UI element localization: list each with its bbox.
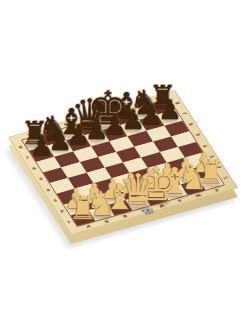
rank-label: 4 bbox=[202, 144, 209, 148]
rank-label: 1 bbox=[66, 220, 72, 224]
rank-label: 3 bbox=[208, 155, 215, 159]
rank-label: 5 bbox=[38, 177, 44, 181]
rank-label: 6 bbox=[32, 166, 38, 170]
file-label: Ж bbox=[194, 193, 202, 198]
file-label: З bbox=[155, 96, 161, 100]
chess-board: АА11ББ22ВВ33ГГ44ДД55ЕЕ66ЖЖ77ЗЗ88 bbox=[8, 90, 238, 235]
file-label: Б bbox=[104, 219, 110, 223]
product-photo[interactable]: АА11ББ22ВВ33ГГ44ДД55ЕЕ66ЖЖ77ЗЗ88 ♜♞♝♛♚♝♞… bbox=[0, 0, 246, 328]
file-label: Б bbox=[45, 127, 51, 131]
file-label: В bbox=[63, 122, 69, 126]
rank-label: 2 bbox=[215, 166, 222, 170]
rank-label: 7 bbox=[25, 156, 31, 160]
file-label: А bbox=[26, 132, 32, 136]
file-label: Е bbox=[118, 107, 123, 111]
rank-label: 8 bbox=[18, 145, 24, 149]
file-label: Д bbox=[158, 204, 165, 208]
file-label: З bbox=[214, 188, 220, 192]
file-label: А bbox=[86, 224, 92, 228]
rank-label: 5 bbox=[195, 133, 202, 137]
rank-label: 4 bbox=[45, 188, 51, 192]
rank-label: 2 bbox=[59, 209, 65, 213]
file-label: Д bbox=[99, 112, 106, 116]
file-label: В bbox=[122, 214, 128, 218]
rank-label: 7 bbox=[181, 112, 188, 116]
rank-label: 3 bbox=[52, 199, 58, 203]
file-label: Е bbox=[177, 199, 182, 203]
rank-label: 8 bbox=[174, 101, 181, 105]
rank-label: 1 bbox=[222, 176, 229, 180]
file-label: Г bbox=[82, 117, 87, 121]
rank-label: 6 bbox=[188, 123, 195, 127]
latch-screw-icon bbox=[147, 209, 149, 211]
